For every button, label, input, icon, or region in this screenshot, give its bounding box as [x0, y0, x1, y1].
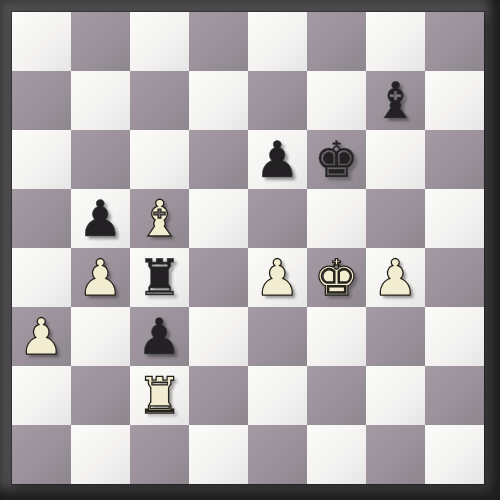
square-d5[interactable] [189, 189, 248, 248]
square-a5[interactable] [12, 189, 71, 248]
chess-board: ♝♟♚♟♝♟♜♟♚♟♟♟♜ [12, 12, 484, 484]
square-e6[interactable]: ♟ [248, 130, 307, 189]
square-b5[interactable]: ♟ [71, 189, 130, 248]
square-b3[interactable] [71, 307, 130, 366]
piece-black-pawn-e6[interactable]: ♟ [255, 135, 300, 185]
square-c4[interactable]: ♜ [130, 248, 189, 307]
square-c3[interactable]: ♟ [130, 307, 189, 366]
square-d3[interactable] [189, 307, 248, 366]
square-c2[interactable]: ♜ [130, 366, 189, 425]
square-g3[interactable] [366, 307, 425, 366]
square-h2[interactable] [425, 366, 484, 425]
square-f4[interactable]: ♚ [307, 248, 366, 307]
square-b1[interactable] [71, 425, 130, 484]
square-c6[interactable] [130, 130, 189, 189]
square-f2[interactable] [307, 366, 366, 425]
square-f1[interactable] [307, 425, 366, 484]
square-d7[interactable] [189, 71, 248, 130]
square-f6[interactable]: ♚ [307, 130, 366, 189]
piece-white-king-f4[interactable]: ♚ [314, 253, 359, 303]
piece-white-pawn-e4[interactable]: ♟ [255, 253, 300, 303]
square-h1[interactable] [425, 425, 484, 484]
square-e5[interactable] [248, 189, 307, 248]
square-g6[interactable] [366, 130, 425, 189]
square-h5[interactable] [425, 189, 484, 248]
square-b8[interactable] [71, 12, 130, 71]
square-c1[interactable] [130, 425, 189, 484]
square-h4[interactable] [425, 248, 484, 307]
square-g8[interactable] [366, 12, 425, 71]
square-b2[interactable] [71, 366, 130, 425]
piece-white-rook-c2[interactable]: ♜ [137, 371, 182, 421]
square-g1[interactable] [366, 425, 425, 484]
square-f3[interactable] [307, 307, 366, 366]
square-h6[interactable] [425, 130, 484, 189]
square-d6[interactable] [189, 130, 248, 189]
square-e7[interactable] [248, 71, 307, 130]
square-b6[interactable] [71, 130, 130, 189]
square-g2[interactable] [366, 366, 425, 425]
square-e1[interactable] [248, 425, 307, 484]
square-e8[interactable] [248, 12, 307, 71]
square-a7[interactable] [12, 71, 71, 130]
square-d1[interactable] [189, 425, 248, 484]
square-g5[interactable] [366, 189, 425, 248]
square-b4[interactable]: ♟ [71, 248, 130, 307]
piece-white-pawn-a3[interactable]: ♟ [19, 312, 64, 362]
square-c8[interactable] [130, 12, 189, 71]
square-e3[interactable] [248, 307, 307, 366]
piece-black-king-f6[interactable]: ♚ [314, 135, 359, 185]
square-h3[interactable] [425, 307, 484, 366]
square-h8[interactable] [425, 12, 484, 71]
piece-black-rook-c4[interactable]: ♜ [137, 253, 182, 303]
square-a3[interactable]: ♟ [12, 307, 71, 366]
square-c5[interactable]: ♝ [130, 189, 189, 248]
square-e4[interactable]: ♟ [248, 248, 307, 307]
piece-black-bishop-g7[interactable]: ♝ [373, 76, 418, 126]
board-frame: ♝♟♚♟♝♟♜♟♚♟♟♟♜ [0, 0, 500, 500]
piece-white-pawn-b4[interactable]: ♟ [78, 253, 123, 303]
square-h7[interactable] [425, 71, 484, 130]
square-g4[interactable]: ♟ [366, 248, 425, 307]
square-f7[interactable] [307, 71, 366, 130]
square-a2[interactable] [12, 366, 71, 425]
square-e2[interactable] [248, 366, 307, 425]
square-b7[interactable] [71, 71, 130, 130]
square-d2[interactable] [189, 366, 248, 425]
square-g7[interactable]: ♝ [366, 71, 425, 130]
square-a6[interactable] [12, 130, 71, 189]
piece-white-pawn-g4[interactable]: ♟ [373, 253, 418, 303]
piece-black-pawn-c3[interactable]: ♟ [137, 312, 182, 362]
square-f8[interactable] [307, 12, 366, 71]
square-c7[interactable] [130, 71, 189, 130]
piece-white-bishop-c5[interactable]: ♝ [137, 194, 182, 244]
square-a1[interactable] [12, 425, 71, 484]
piece-black-pawn-b5[interactable]: ♟ [78, 194, 123, 244]
square-d4[interactable] [189, 248, 248, 307]
square-a8[interactable] [12, 12, 71, 71]
square-f5[interactable] [307, 189, 366, 248]
square-d8[interactable] [189, 12, 248, 71]
square-a4[interactable] [12, 248, 71, 307]
